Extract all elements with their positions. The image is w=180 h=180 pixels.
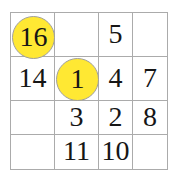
cell-r3c1[interactable]: 11 bbox=[55, 135, 99, 169]
hidato-board: 16 5 14 1 4 7 3 2 8 11 10 bbox=[10, 12, 168, 170]
cell-value: 11 bbox=[63, 137, 90, 165]
cell-r0c2[interactable]: 5 bbox=[99, 13, 133, 57]
cell-value: 1 bbox=[71, 65, 85, 93]
cell-value: 3 bbox=[70, 103, 84, 131]
start-end-circle-16: 16 bbox=[12, 16, 55, 59]
cell-r0c3[interactable] bbox=[133, 13, 167, 57]
cell-value: 4 bbox=[109, 64, 123, 92]
cell-value: 2 bbox=[109, 103, 123, 131]
cell-r2c2[interactable]: 2 bbox=[99, 101, 133, 135]
cell-r1c3[interactable]: 7 bbox=[133, 57, 167, 101]
cell-value: 10 bbox=[102, 137, 130, 165]
cell-r0c1[interactable] bbox=[55, 13, 99, 57]
cell-r2c3[interactable]: 8 bbox=[133, 101, 167, 135]
cell-r2c0[interactable] bbox=[11, 101, 55, 135]
cell-value: 7 bbox=[143, 64, 157, 92]
cell-r1c2[interactable]: 4 bbox=[99, 57, 133, 101]
cell-value: 5 bbox=[109, 20, 123, 48]
cell-r3c2[interactable]: 10 bbox=[99, 135, 133, 169]
cell-r3c3[interactable] bbox=[133, 135, 167, 169]
cell-r1c1[interactable]: 1 bbox=[55, 57, 99, 101]
cell-r2c1[interactable]: 3 bbox=[55, 101, 99, 135]
cell-r0c0[interactable]: 16 bbox=[11, 13, 55, 57]
cell-value: 14 bbox=[19, 64, 47, 92]
cell-value: 16 bbox=[20, 23, 48, 51]
cell-r3c0[interactable] bbox=[11, 135, 55, 169]
start-end-circle-1: 1 bbox=[56, 58, 99, 101]
cell-value: 8 bbox=[143, 103, 157, 131]
cell-r1c0[interactable]: 14 bbox=[11, 57, 55, 101]
